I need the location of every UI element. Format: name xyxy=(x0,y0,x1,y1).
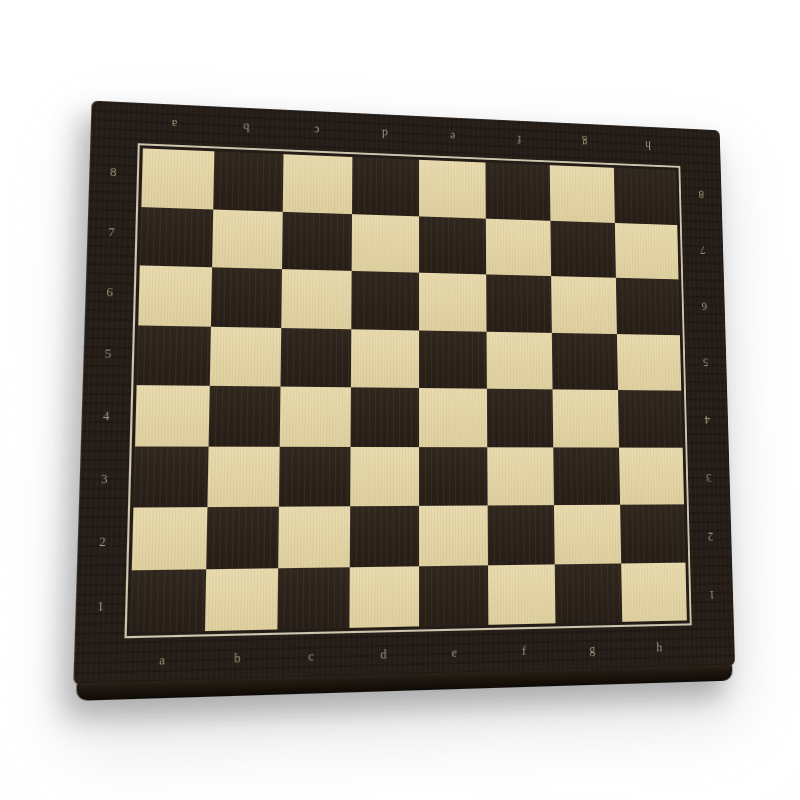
square-b7[interactable] xyxy=(212,209,283,269)
rank-label-6: 6 xyxy=(683,277,725,334)
square-b4[interactable] xyxy=(208,386,280,446)
rank-label-2: 2 xyxy=(689,507,732,566)
file-label-c: c xyxy=(274,633,347,678)
rank-label-3: 3 xyxy=(79,447,130,510)
square-c2[interactable] xyxy=(278,506,349,567)
file-label-h: h xyxy=(625,625,692,668)
file-label-g: g xyxy=(558,627,626,671)
square-a2[interactable] xyxy=(132,507,207,570)
square-g3[interactable] xyxy=(553,447,619,505)
chessboard: abcdefgh abcdefgh 87654321 87654321 xyxy=(73,101,735,685)
square-d1[interactable] xyxy=(349,566,419,628)
rank-label-4: 4 xyxy=(81,385,131,448)
square-h1[interactable] xyxy=(621,562,687,622)
playing-area xyxy=(124,143,691,638)
square-c3[interactable] xyxy=(279,446,350,506)
square-d8[interactable] xyxy=(351,157,419,216)
file-label-f: f xyxy=(489,628,558,672)
square-b1[interactable] xyxy=(204,568,278,631)
square-b6[interactable] xyxy=(210,267,282,327)
square-e1[interactable] xyxy=(419,565,488,627)
file-label-g: g xyxy=(552,122,617,163)
square-d3[interactable] xyxy=(350,446,419,506)
file-label-f: f xyxy=(486,119,552,160)
square-g8[interactable] xyxy=(550,165,615,222)
square-d7[interactable] xyxy=(351,214,419,273)
square-e4[interactable] xyxy=(419,388,487,447)
square-a6[interactable] xyxy=(138,265,211,326)
file-label-e: e xyxy=(419,116,486,158)
square-h6[interactable] xyxy=(615,278,680,335)
square-g7[interactable] xyxy=(550,220,615,277)
squares-grid xyxy=(130,148,687,632)
square-f3[interactable] xyxy=(487,447,554,506)
square-e8[interactable] xyxy=(419,160,485,218)
rank-label-7: 7 xyxy=(87,201,137,263)
square-g4[interactable] xyxy=(553,389,619,447)
square-f8[interactable] xyxy=(485,163,550,221)
square-e2[interactable] xyxy=(419,505,487,565)
square-e6[interactable] xyxy=(419,273,486,332)
rank-label-5: 5 xyxy=(684,334,727,392)
square-c8[interactable] xyxy=(283,154,352,213)
file-label-b: b xyxy=(199,635,274,681)
square-c6[interactable] xyxy=(281,269,351,329)
square-e5[interactable] xyxy=(419,330,486,389)
square-d2[interactable] xyxy=(349,506,419,567)
square-a7[interactable] xyxy=(140,207,213,268)
square-a4[interactable] xyxy=(135,385,209,446)
square-f6[interactable] xyxy=(486,274,552,332)
rank-label-1: 1 xyxy=(690,565,734,625)
square-b5[interactable] xyxy=(209,326,281,386)
square-g2[interactable] xyxy=(554,505,621,564)
square-g5[interactable] xyxy=(552,332,618,390)
square-a3[interactable] xyxy=(133,446,208,508)
file-label-h: h xyxy=(616,125,680,166)
rank-label-8: 8 xyxy=(680,166,722,223)
board-side-edge xyxy=(76,664,732,700)
square-f7[interactable] xyxy=(485,218,551,276)
file-label-c: c xyxy=(281,110,351,153)
file-label-b: b xyxy=(210,106,281,149)
square-a8[interactable] xyxy=(141,148,213,209)
square-g6[interactable] xyxy=(551,276,616,334)
file-label-a: a xyxy=(138,103,211,146)
square-c7[interactable] xyxy=(282,211,352,271)
rank-label-3: 3 xyxy=(687,448,730,506)
rank-label-1: 1 xyxy=(75,574,126,640)
rank-label-7: 7 xyxy=(682,221,724,278)
square-b8[interactable] xyxy=(213,151,284,211)
square-f1[interactable] xyxy=(487,564,555,625)
square-f2[interactable] xyxy=(487,505,555,565)
square-f4[interactable] xyxy=(486,389,553,447)
square-b3[interactable] xyxy=(207,446,280,507)
square-a5[interactable] xyxy=(137,325,211,386)
rank-label-8: 8 xyxy=(88,141,137,202)
square-c4[interactable] xyxy=(280,387,351,447)
square-d5[interactable] xyxy=(350,329,419,388)
square-f5[interactable] xyxy=(486,331,553,389)
square-b2[interactable] xyxy=(206,507,279,569)
square-c1[interactable] xyxy=(277,567,349,630)
square-e7[interactable] xyxy=(419,216,486,274)
file-label-d: d xyxy=(347,632,419,677)
square-h4[interactable] xyxy=(617,390,682,447)
file-label-a: a xyxy=(123,637,200,683)
rank-label-6: 6 xyxy=(85,261,135,323)
rank-label-4: 4 xyxy=(686,391,729,449)
square-a1[interactable] xyxy=(130,569,206,633)
square-h7[interactable] xyxy=(614,223,678,280)
rank-label-5: 5 xyxy=(83,323,133,385)
file-label-e: e xyxy=(419,630,489,675)
square-h5[interactable] xyxy=(616,334,681,391)
square-c5[interactable] xyxy=(280,328,350,388)
file-label-d: d xyxy=(351,113,419,155)
square-g1[interactable] xyxy=(555,563,622,623)
product-photo-background: abcdefgh abcdefgh 87654321 87654321 xyxy=(0,0,800,800)
square-h2[interactable] xyxy=(620,504,686,563)
square-d6[interactable] xyxy=(351,271,419,330)
square-d4[interactable] xyxy=(350,387,419,446)
rank-label-2: 2 xyxy=(77,510,128,574)
square-h3[interactable] xyxy=(619,447,685,505)
square-h8[interactable] xyxy=(613,168,677,225)
square-e3[interactable] xyxy=(419,447,487,506)
